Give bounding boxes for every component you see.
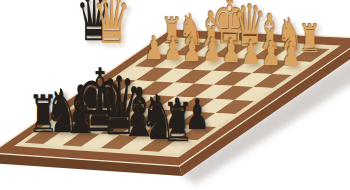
chess-set-photo: ♛♛ ♜♞♝♚♛♝♞♜♟♟♟♟♟♟♟♟♟♟♟♟♟♟♟♟♜♞♝♚♛♝♞♜ <box>0 0 350 190</box>
piece-white-pawn-h2[interactable]: ♟ <box>144 32 163 64</box>
piece-white-pawn-e2[interactable]: ♟ <box>202 34 221 67</box>
piece-white-pawn-b2[interactable]: ♟ <box>261 37 280 70</box>
piece-white-pawn-g2[interactable]: ♟ <box>163 32 182 64</box>
piece-black-rook-a8[interactable]: ♜ <box>162 96 193 150</box>
piece-white-pawn-a2[interactable]: ♟ <box>281 38 301 71</box>
piece-white-rook-a1[interactable]: ♜ <box>299 20 321 58</box>
piece-white-pawn-d2[interactable]: ♟ <box>222 35 241 68</box>
piece-white-pawn-f2[interactable]: ♟ <box>183 33 202 65</box>
piece-white-pawn-c2[interactable]: ♟ <box>242 36 261 69</box>
